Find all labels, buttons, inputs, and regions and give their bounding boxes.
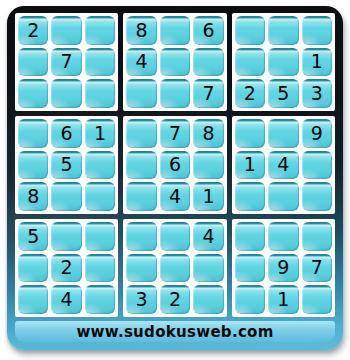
cell-r3c7[interactable]: 2 bbox=[235, 79, 265, 108]
cell-r9c8[interactable]: 1 bbox=[268, 285, 298, 314]
sudoku-box-3-2: 432 bbox=[123, 219, 226, 317]
cell-r3c9[interactable]: 3 bbox=[302, 79, 332, 108]
cell-r4c2[interactable]: 6 bbox=[51, 119, 81, 148]
cell-r4c5[interactable]: 7 bbox=[160, 119, 190, 148]
sudoku-box-2-1: 6158 bbox=[15, 116, 118, 214]
sudoku-box-3-3: 971 bbox=[232, 219, 335, 317]
cell-r6c9[interactable] bbox=[302, 182, 332, 211]
cell-r4c7[interactable] bbox=[235, 119, 265, 148]
cell-r2c7[interactable] bbox=[235, 48, 265, 77]
site-footer: www.sudokusweb.com bbox=[15, 321, 335, 342]
sudoku-page: 2786471253615878641914524432971 www.sudo… bbox=[0, 0, 350, 360]
cell-r5c6[interactable] bbox=[193, 151, 223, 180]
cell-r3c2[interactable] bbox=[51, 79, 81, 108]
cell-r7c8[interactable] bbox=[268, 222, 298, 251]
cell-r8c1[interactable] bbox=[18, 254, 48, 283]
cell-r3c8[interactable]: 5 bbox=[268, 79, 298, 108]
cell-r6c7[interactable] bbox=[235, 182, 265, 211]
cell-r2c4[interactable]: 4 bbox=[126, 48, 156, 77]
cell-r2c8[interactable] bbox=[268, 48, 298, 77]
cell-r8c4[interactable] bbox=[126, 254, 156, 283]
cell-r9c7[interactable] bbox=[235, 285, 265, 314]
sudoku-box-3-1: 524 bbox=[15, 219, 118, 317]
sudoku-box-1-3: 1253 bbox=[232, 13, 335, 111]
cell-r5c7[interactable]: 1 bbox=[235, 151, 265, 180]
cell-r1c3[interactable] bbox=[85, 16, 115, 45]
cell-r6c8[interactable] bbox=[268, 182, 298, 211]
cell-r5c4[interactable] bbox=[126, 151, 156, 180]
cell-r4c9[interactable]: 9 bbox=[302, 119, 332, 148]
cell-r2c3[interactable] bbox=[85, 48, 115, 77]
cell-r7c6[interactable]: 4 bbox=[193, 222, 223, 251]
cell-r9c3[interactable] bbox=[85, 285, 115, 314]
cell-r4c4[interactable] bbox=[126, 119, 156, 148]
cell-r9c2[interactable]: 4 bbox=[51, 285, 81, 314]
cell-r5c8[interactable]: 4 bbox=[268, 151, 298, 180]
cell-r3c3[interactable] bbox=[85, 79, 115, 108]
cell-r3c5[interactable] bbox=[160, 79, 190, 108]
cell-r9c9[interactable] bbox=[302, 285, 332, 314]
cell-r2c5[interactable] bbox=[160, 48, 190, 77]
cell-r2c6[interactable] bbox=[193, 48, 223, 77]
cell-r1c5[interactable] bbox=[160, 16, 190, 45]
cell-r1c1[interactable]: 2 bbox=[18, 16, 48, 45]
cell-r3c4[interactable] bbox=[126, 79, 156, 108]
cell-r1c2[interactable] bbox=[51, 16, 81, 45]
cell-r6c6[interactable]: 1 bbox=[193, 182, 223, 211]
cell-r8c8[interactable]: 9 bbox=[268, 254, 298, 283]
cell-r9c5[interactable]: 2 bbox=[160, 285, 190, 314]
cell-r1c7[interactable] bbox=[235, 16, 265, 45]
cell-r3c1[interactable] bbox=[18, 79, 48, 108]
cell-r2c2[interactable]: 7 bbox=[51, 48, 81, 77]
cell-r9c6[interactable] bbox=[193, 285, 223, 314]
cell-r7c9[interactable] bbox=[302, 222, 332, 251]
cell-r5c1[interactable] bbox=[18, 151, 48, 180]
sudoku-box-1-1: 27 bbox=[15, 13, 118, 111]
cell-r2c1[interactable] bbox=[18, 48, 48, 77]
cell-r5c3[interactable] bbox=[85, 151, 115, 180]
cell-r7c7[interactable] bbox=[235, 222, 265, 251]
cell-r7c3[interactable] bbox=[85, 222, 115, 251]
cell-r6c4[interactable] bbox=[126, 182, 156, 211]
cell-r8c5[interactable] bbox=[160, 254, 190, 283]
cell-r4c8[interactable] bbox=[268, 119, 298, 148]
cell-r8c9[interactable]: 7 bbox=[302, 254, 332, 283]
cell-r9c1[interactable] bbox=[18, 285, 48, 314]
cell-r3c6[interactable]: 7 bbox=[193, 79, 223, 108]
sudoku-board: 2786471253615878641914524432971 bbox=[15, 13, 335, 317]
cell-r9c4[interactable]: 3 bbox=[126, 285, 156, 314]
cell-r6c1[interactable]: 8 bbox=[18, 182, 48, 211]
cell-r4c6[interactable]: 8 bbox=[193, 119, 223, 148]
cell-r1c4[interactable]: 8 bbox=[126, 16, 156, 45]
sudoku-box-2-3: 914 bbox=[232, 116, 335, 214]
cell-r8c2[interactable]: 2 bbox=[51, 254, 81, 283]
cell-r4c1[interactable] bbox=[18, 119, 48, 148]
cell-r5c2[interactable]: 5 bbox=[51, 151, 81, 180]
sudoku-box-2-2: 78641 bbox=[123, 116, 226, 214]
sudoku-box-1-2: 8647 bbox=[123, 13, 226, 111]
cell-r7c2[interactable] bbox=[51, 222, 81, 251]
cell-r6c3[interactable] bbox=[85, 182, 115, 211]
cell-r6c2[interactable] bbox=[51, 182, 81, 211]
site-url: www.sudokusweb.com bbox=[76, 323, 273, 341]
sudoku-board-frame: 2786471253615878641914524432971 www.sudo… bbox=[7, 6, 343, 350]
cell-r1c8[interactable] bbox=[268, 16, 298, 45]
cell-r7c5[interactable] bbox=[160, 222, 190, 251]
cell-r5c9[interactable] bbox=[302, 151, 332, 180]
cell-r5c5[interactable]: 6 bbox=[160, 151, 190, 180]
cell-r8c6[interactable] bbox=[193, 254, 223, 283]
cell-r7c1[interactable]: 5 bbox=[18, 222, 48, 251]
cell-r1c9[interactable] bbox=[302, 16, 332, 45]
cell-r2c9[interactable]: 1 bbox=[302, 48, 332, 77]
cell-r6c5[interactable]: 4 bbox=[160, 182, 190, 211]
cell-r4c3[interactable]: 1 bbox=[85, 119, 115, 148]
cell-r1c6[interactable]: 6 bbox=[193, 16, 223, 45]
cell-r7c4[interactable] bbox=[126, 222, 156, 251]
cell-r8c3[interactable] bbox=[85, 254, 115, 283]
cell-r8c7[interactable] bbox=[235, 254, 265, 283]
